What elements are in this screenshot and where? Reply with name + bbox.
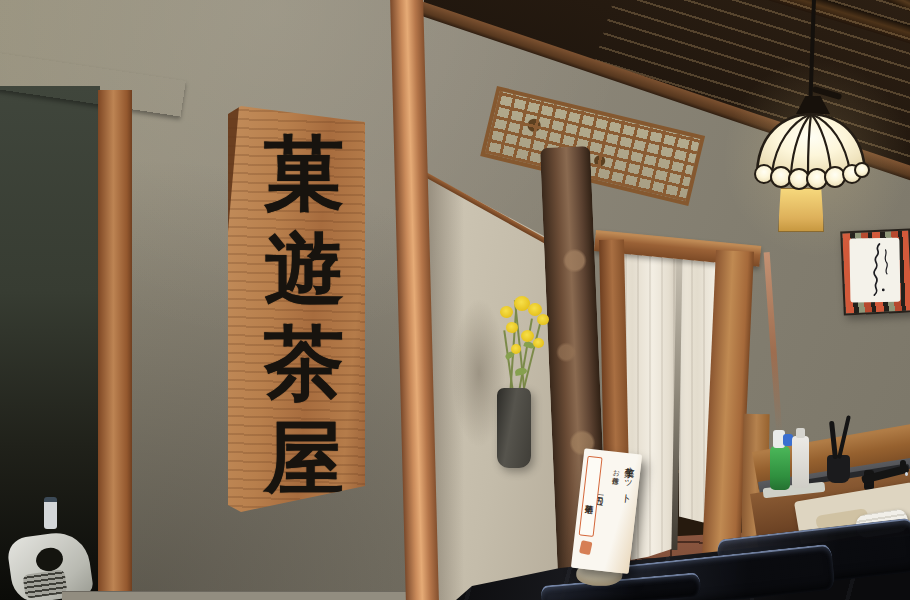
- water-glint: [905, 472, 908, 476]
- chrysanthemum-bloom: [506, 322, 518, 333]
- baseboard: [62, 591, 438, 600]
- sign-character: 遊: [256, 221, 352, 316]
- sign-character: 茶: [256, 316, 352, 411]
- chrysanthemum-bloom: [500, 306, 513, 318]
- lamp-shade: [750, 108, 872, 196]
- tea-house-scene: 菓 遊 茶 屋: [0, 0, 910, 600]
- chrysanthemum-bloom: [533, 338, 544, 348]
- menu-side-label: 御菓子処: [579, 456, 603, 537]
- hanko-stamp: [579, 540, 593, 555]
- utensil-holder: [827, 455, 850, 483]
- faucet-spout: [900, 460, 906, 473]
- chrysanthemum-bloom: [537, 314, 549, 325]
- shop-sign-board: 菓 遊 茶 屋: [228, 100, 365, 516]
- sign-character: 菓: [256, 126, 352, 221]
- hanging-vase: [497, 388, 531, 468]
- chrysanthemum-bloom: [521, 330, 534, 342]
- menu-card-paper: 生菓子セット お抹茶付き 一五〇〇円 御菓子処: [571, 448, 642, 574]
- spray-bottle: [770, 446, 790, 490]
- wall-switch: [44, 497, 57, 529]
- white-bottle: [792, 436, 809, 488]
- menu-sub-text: お抹茶付き: [610, 463, 622, 480]
- door-jamb: [98, 90, 132, 600]
- white-bottle-cap: [796, 428, 805, 438]
- sign-text: 菓 遊 茶 屋: [256, 126, 352, 506]
- chrysanthemum-bloom: [511, 344, 521, 354]
